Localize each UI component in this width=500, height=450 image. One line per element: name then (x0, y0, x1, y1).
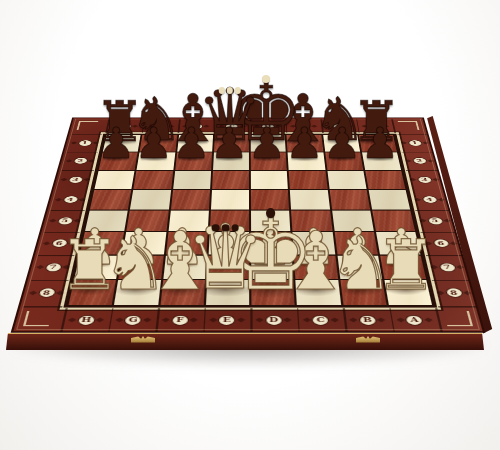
file-label-bottom-b: B (359, 315, 375, 324)
square-a4 (368, 190, 410, 209)
frame-ornament (349, 317, 357, 322)
frame-divider (343, 308, 348, 332)
frame-ornament (425, 241, 432, 245)
rank-label-left-7: 7 (45, 263, 61, 271)
square-h1 (103, 135, 141, 151)
frame-divider (214, 119, 216, 133)
square-b5 (332, 211, 374, 232)
file-label-top-d: D (262, 124, 274, 129)
frame-divider (391, 119, 396, 133)
frame-divider (203, 308, 206, 332)
file-label-bottom-e: E (219, 315, 234, 324)
file-label-top-a: A (369, 124, 382, 129)
hinge-icon-left (131, 336, 155, 344)
square-a3 (365, 171, 405, 189)
file-label-top-b: B (333, 124, 345, 129)
file-label-top-c: C (297, 124, 309, 129)
frame-divider (31, 280, 69, 281)
square-a6 (376, 232, 421, 254)
square-b7 (337, 255, 382, 278)
frame-ornament (456, 265, 464, 269)
frame-ornament (62, 265, 70, 269)
frame-ornament (254, 125, 260, 128)
rank-label-left-1: 1 (78, 140, 91, 146)
frame-divider (296, 308, 299, 332)
frame-ornament (422, 141, 428, 144)
frame-divider (438, 306, 477, 307)
rank-label-right-1: 1 (408, 140, 421, 146)
rank-label-right-5: 5 (428, 217, 443, 224)
frame-ornament (438, 198, 445, 202)
square-d1 (251, 135, 286, 151)
square-c2 (288, 153, 325, 170)
square-b6 (334, 232, 377, 254)
corner-inlay (77, 121, 99, 130)
square-f7 (163, 255, 206, 278)
frame-ornament (84, 178, 91, 181)
frame-ornament (143, 317, 151, 322)
square-f2 (175, 153, 212, 170)
square-f5 (168, 211, 209, 232)
corner-inlay (23, 311, 52, 326)
chess-set-photo: 1122334455667788HHGGFFEEDDCCBBAA ♜♞♝♚♛♝♞… (0, 0, 500, 450)
board-grid (66, 134, 435, 306)
frame-ornament (347, 125, 353, 128)
square-c3 (289, 171, 327, 189)
file-label-bottom-a: A (406, 315, 423, 324)
square-e1 (214, 135, 249, 151)
square-b1 (323, 135, 360, 151)
frame-ornament (29, 290, 37, 295)
frame-ornament (96, 317, 104, 322)
square-g7 (119, 255, 164, 278)
frame-ornament (377, 317, 385, 322)
square-g5 (127, 211, 169, 232)
square-c1 (287, 135, 323, 151)
file-label-top-f: F (190, 124, 202, 129)
frame-ornament (409, 178, 416, 181)
frame-ornament (168, 125, 174, 128)
corner-inlay (444, 311, 473, 326)
frame-ornament (204, 125, 210, 128)
frame-divider (389, 308, 395, 332)
square-c5 (291, 211, 332, 232)
square-d4 (251, 190, 289, 209)
frame-divider (401, 152, 432, 153)
frame-divider (24, 306, 63, 307)
frame-divider (356, 119, 360, 133)
square-d6 (251, 232, 292, 254)
frame-ornament (414, 198, 421, 202)
frame-divider (141, 119, 145, 133)
square-c6 (293, 232, 335, 254)
file-label-bottom-c: C (313, 315, 329, 324)
square-d8 (251, 280, 295, 305)
square-a5 (372, 211, 415, 232)
frame-ornament (147, 125, 153, 128)
frame-ornament (284, 317, 292, 322)
rank-label-left-6: 6 (51, 240, 67, 247)
frame-ornament (111, 125, 117, 128)
frame-ornament (115, 317, 123, 322)
frame-ornament (218, 125, 224, 128)
frame-ornament (325, 125, 331, 128)
frame-ornament (427, 159, 434, 162)
frame-ornament (132, 125, 138, 128)
frame-ornament (463, 290, 471, 295)
frame-divider (406, 170, 438, 171)
square-b4 (329, 190, 370, 209)
square-f6 (166, 232, 208, 254)
frame-divider (435, 308, 442, 332)
frame-divider (432, 280, 470, 281)
rank-label-left-5: 5 (57, 217, 72, 224)
frame-ornament (290, 125, 296, 128)
frame-divider (105, 119, 109, 133)
square-f4 (170, 190, 209, 209)
frame-divider (67, 152, 98, 153)
frame-divider (60, 308, 67, 332)
square-d7 (251, 255, 293, 278)
square-b3 (327, 171, 366, 189)
corner-inlay (398, 121, 420, 130)
file-label-bottom-g: G (125, 315, 141, 324)
square-a7 (380, 255, 426, 278)
frame-ornament (239, 125, 245, 128)
frame-ornament (382, 125, 388, 128)
file-label-top-e: E (226, 124, 238, 129)
frame-divider (397, 134, 428, 135)
frame-divider (177, 119, 180, 133)
square-a2 (362, 153, 401, 170)
frame-divider (415, 210, 449, 211)
frame-divider (108, 308, 114, 332)
square-f1 (177, 135, 213, 151)
frame-divider (62, 170, 94, 171)
frame-ornament (55, 198, 62, 202)
frame-divider (72, 134, 103, 135)
frame-ornament (49, 219, 56, 223)
frame-ornament (43, 241, 50, 245)
square-h4 (90, 190, 132, 209)
file-label-bottom-d: D (266, 315, 281, 324)
frame-ornament (396, 317, 404, 322)
rank-label-right-7: 7 (439, 263, 455, 271)
frame-ornament (79, 198, 86, 202)
square-h2 (99, 153, 138, 170)
square-a1 (359, 135, 397, 151)
frame-ornament (361, 125, 367, 128)
square-f3 (173, 171, 211, 189)
rank-label-left-2: 2 (73, 158, 87, 164)
frame-divider (44, 232, 79, 233)
frame-ornament (162, 317, 170, 322)
square-e2 (213, 153, 249, 170)
rank-label-right-3: 3 (417, 177, 431, 183)
hinge-icon-right (356, 336, 380, 344)
black-king-topper-icon (262, 75, 270, 83)
frame-ornament (303, 317, 311, 322)
square-d2 (251, 153, 287, 170)
frame-divider (285, 119, 287, 133)
square-h6 (80, 232, 124, 254)
frame-ornament (68, 241, 75, 245)
square-b2 (325, 153, 363, 170)
frame-ornament (71, 141, 77, 144)
frame-ornament (405, 159, 412, 162)
frame-ornament (436, 290, 444, 295)
frame-ornament (88, 159, 95, 162)
square-d5 (251, 211, 291, 232)
frame-ornament (66, 159, 73, 162)
rank-label-right-8: 8 (445, 289, 462, 297)
square-e7 (207, 255, 249, 278)
black-queen-topper-icon (218, 87, 240, 93)
frame-divider (426, 255, 462, 256)
box-front-panel (6, 333, 484, 350)
frame-ornament (61, 178, 68, 181)
square-g8 (114, 280, 160, 305)
rank-label-left-8: 8 (38, 289, 55, 297)
file-label-bottom-f: F (172, 315, 188, 324)
square-e5 (210, 211, 249, 232)
frame-ornament (56, 290, 64, 295)
rank-label-left-4: 4 (63, 196, 78, 203)
square-g2 (137, 153, 175, 170)
frame-ornament (430, 265, 438, 269)
frame-ornament (401, 141, 407, 144)
square-h3 (94, 171, 134, 189)
square-b8 (340, 280, 386, 305)
frame-ornament (275, 125, 281, 128)
square-c7 (294, 255, 337, 278)
frame-divider (56, 189, 89, 190)
square-e4 (211, 190, 249, 209)
frame-ornament (419, 219, 426, 223)
square-g6 (123, 232, 166, 254)
square-e6 (208, 232, 249, 254)
square-d3 (251, 171, 288, 189)
frame-divider (38, 255, 74, 256)
frame-ornament (237, 317, 245, 322)
frame-ornament (330, 317, 338, 322)
file-label-top-h: H (118, 124, 131, 129)
square-g4 (130, 190, 170, 209)
frame-ornament (36, 265, 44, 269)
frame-ornament (424, 317, 432, 322)
square-a8 (384, 280, 432, 305)
frame-divider (320, 119, 323, 133)
square-g1 (140, 135, 177, 151)
frame-ornament (450, 241, 457, 245)
square-h8 (69, 280, 117, 305)
frame-ornament (92, 141, 98, 144)
frame-ornament (256, 317, 264, 322)
frame-divider (420, 232, 455, 233)
chess-board: 1122334455667788HHGGFFEEDDCCBBAA (11, 117, 486, 332)
square-c8 (296, 280, 341, 305)
frame-ornament (444, 219, 451, 223)
frame-divider (250, 119, 251, 133)
rank-label-right-2: 2 (413, 158, 427, 164)
square-h7 (74, 255, 120, 278)
frame-divider (155, 308, 159, 332)
frame-divider (410, 189, 443, 190)
frame-ornament (209, 317, 217, 322)
frame-ornament (190, 317, 198, 322)
rank-label-right-6: 6 (433, 240, 449, 247)
square-e3 (212, 171, 249, 189)
frame-divider (50, 210, 84, 211)
file-label-bottom-h: H (78, 315, 95, 324)
frame-ornament (432, 178, 439, 181)
frame-ornament (68, 317, 76, 322)
rank-label-left-3: 3 (68, 177, 82, 183)
square-e8 (206, 280, 249, 305)
square-h5 (85, 211, 128, 232)
frame-divider (250, 308, 252, 332)
frame-ornament (182, 125, 188, 128)
rank-label-right-4: 4 (422, 196, 437, 203)
file-label-top-g: G (154, 124, 166, 129)
frame-ornament (74, 219, 81, 223)
square-f8 (160, 280, 205, 305)
square-g3 (134, 171, 173, 189)
square-c4 (290, 190, 329, 209)
frame-ornament (311, 125, 317, 128)
